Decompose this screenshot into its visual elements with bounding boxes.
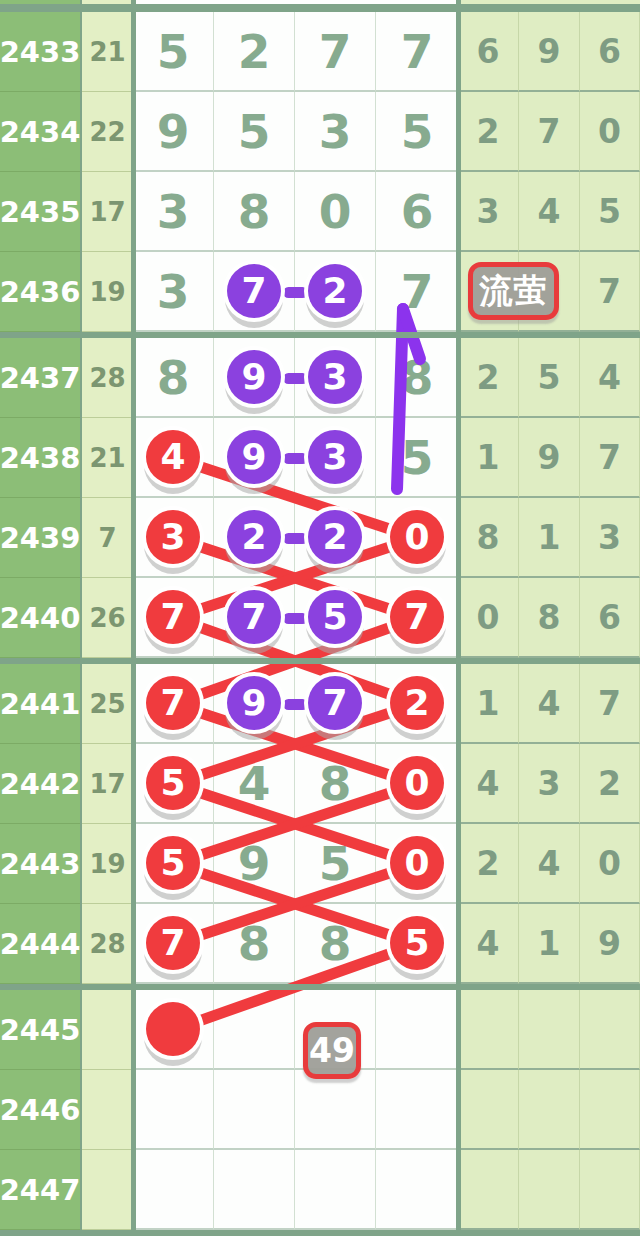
main-cell: 5: [376, 904, 458, 984]
right-digit: 1: [538, 927, 561, 960]
main-cell: 3: [295, 92, 376, 172]
right-cell: 4: [519, 172, 580, 252]
main-cell: 3: [133, 498, 214, 578]
period-cell: 2442: [0, 744, 80, 824]
right-cell: 8: [519, 578, 580, 658]
right-digit: 4: [538, 847, 561, 880]
main-digit: 5: [401, 434, 434, 481]
right-cell: 9: [519, 418, 580, 498]
period-cell: 2441: [0, 664, 80, 744]
sum-cell: 28: [82, 904, 133, 984]
group-separator: [0, 658, 640, 664]
main-digit: 8: [319, 920, 352, 967]
right-cell: 7: [580, 418, 640, 498]
main-cell: 7: [295, 12, 376, 92]
purple-circled-number: 9: [227, 430, 281, 484]
sum-cell: 19: [82, 252, 133, 332]
main-cell: [214, 990, 295, 1070]
red-circled-number: 4: [146, 430, 200, 484]
main-cell: 7: [133, 904, 214, 984]
right-digit: 3: [477, 195, 500, 228]
purple-circled-number: 3: [308, 350, 362, 404]
purple-circled-number: 7: [308, 676, 362, 730]
main-cell: [214, 1070, 295, 1150]
right-cell: 5: [519, 338, 580, 418]
right-digit: 4: [538, 687, 561, 720]
right-digit: 9: [538, 441, 561, 474]
red-circled-number: 7: [146, 676, 200, 730]
right-digit: 6: [477, 35, 500, 68]
main-digit: 7: [319, 28, 352, 75]
main-cell: 7: [133, 664, 214, 744]
right-cell: 4: [519, 824, 580, 904]
right-cell: 0: [580, 92, 640, 172]
main-cell: [376, 1070, 458, 1150]
main-digit: 4: [238, 760, 271, 807]
main-cell: 5: [295, 578, 376, 658]
right-digit: 8: [477, 521, 500, 554]
right-cell: 0: [458, 578, 519, 658]
main-digit: 8: [157, 354, 190, 401]
right-digit: 6: [598, 601, 621, 634]
main-digit: 9: [157, 108, 190, 155]
table-row: 2433215277696: [0, 12, 640, 92]
purple-link-dash: [283, 613, 308, 624]
right-digit: 1: [477, 687, 500, 720]
main-cell: 3: [133, 252, 214, 332]
right-cell: 1: [519, 904, 580, 984]
table-row: 2443195950240: [0, 824, 640, 904]
period-cell: 2445: [0, 990, 80, 1070]
main-cell: 5: [295, 824, 376, 904]
main-digit: 5: [238, 108, 271, 155]
right-digit: 4: [477, 927, 500, 960]
right-digit: 0: [598, 115, 621, 148]
purple-link-dash: [283, 287, 308, 298]
group-separator: [0, 332, 640, 338]
main-cell: [376, 990, 458, 1070]
right-cell: 4: [580, 338, 640, 418]
table-row: 2446: [0, 1070, 640, 1150]
main-cell: 0: [295, 172, 376, 252]
right-cell: 4: [458, 904, 519, 984]
right-digit: 6: [598, 35, 621, 68]
main-digit: 8: [238, 188, 271, 235]
right-cell: 2: [458, 92, 519, 172]
main-cell: [133, 1070, 214, 1150]
sum-cell: 21: [82, 418, 133, 498]
main-cell: 5: [214, 92, 295, 172]
main-cell: 7: [376, 252, 458, 332]
main-cell: [376, 1150, 458, 1230]
main-digit: 8: [401, 354, 434, 401]
table-row: 2441257972147: [0, 664, 640, 744]
right-digit: 0: [477, 601, 500, 634]
purple-circled-number: 3: [308, 430, 362, 484]
right-cell: [580, 1070, 640, 1150]
main-digit: 0: [319, 188, 352, 235]
right-digit: 4: [477, 767, 500, 800]
main-digit: 6: [401, 188, 434, 235]
sum-cell: 19: [82, 824, 133, 904]
purple-link-dash: [283, 699, 308, 710]
purple-circled-number: 2: [308, 510, 362, 564]
vertical-divider-left: [131, 0, 136, 1236]
count-badge-text: 49: [309, 1031, 355, 1070]
purple-circled-number: 7: [227, 264, 281, 318]
sum-cell: 17: [82, 744, 133, 824]
right-digit: 4: [538, 195, 561, 228]
purple-circled-number: 2: [227, 510, 281, 564]
main-digit: 5: [157, 28, 190, 75]
right-cell: 6: [580, 578, 640, 658]
sum-cell: 28: [82, 338, 133, 418]
firefly-watermark-badge: 流萤: [468, 262, 559, 320]
main-cell: 4: [133, 418, 214, 498]
right-cell: 3: [519, 744, 580, 824]
period-cell: 2438: [0, 418, 80, 498]
period-cell: 2446: [0, 1070, 80, 1150]
main-cell: 0: [376, 824, 458, 904]
right-cell: 6: [458, 12, 519, 92]
period-cell: 2434: [0, 92, 80, 172]
main-cell: 8: [214, 904, 295, 984]
right-cell: [580, 1150, 640, 1230]
table-row: 243973220813: [0, 498, 640, 578]
period-cell: 2443: [0, 824, 80, 904]
main-cell: 3: [295, 338, 376, 418]
trend-chart[interactable]: 2433215277696243422953527024351738063452…: [0, 0, 640, 1236]
right-cell: [519, 1070, 580, 1150]
right-cell: 2: [458, 824, 519, 904]
right-cell: 9: [519, 12, 580, 92]
right-cell: 0: [580, 824, 640, 904]
main-digit: 7: [401, 28, 434, 75]
sum-cell: [82, 1070, 133, 1150]
right-digit: 7: [538, 115, 561, 148]
right-cell: [519, 1150, 580, 1230]
group-separator: [0, 984, 640, 990]
main-cell: 5: [133, 744, 214, 824]
main-cell: 5: [133, 12, 214, 92]
red-circled-number: 7: [146, 916, 200, 970]
period-cell: 2447: [0, 1150, 80, 1230]
purple-circled-number: 2: [308, 264, 362, 318]
table-row: 2440267757086: [0, 578, 640, 658]
right-digit: 4: [598, 361, 621, 394]
right-cell: [458, 1150, 519, 1230]
main-cell: 2: [214, 12, 295, 92]
main-cell: [133, 990, 214, 1070]
right-cell: 3: [458, 172, 519, 252]
main-cell: 5: [376, 92, 458, 172]
main-cell: 9: [214, 824, 295, 904]
main-digit: 9: [238, 840, 271, 887]
period-cell: 2433: [0, 12, 80, 92]
sum-cell: 26: [82, 578, 133, 658]
main-cell: 7: [295, 664, 376, 744]
table-row: 2435173806345: [0, 172, 640, 252]
main-cell: 4: [214, 744, 295, 824]
right-digit: 2: [477, 115, 500, 148]
right-cell: 6: [580, 12, 640, 92]
main-cell: 8: [295, 744, 376, 824]
main-cell: 3: [133, 172, 214, 252]
purple-link-dash: [283, 453, 308, 464]
period-cell: 2437: [0, 338, 80, 418]
right-cell: 2: [458, 338, 519, 418]
table-row: 2438214935197: [0, 418, 640, 498]
main-cell: [295, 1070, 376, 1150]
period-cell: 2439: [0, 498, 80, 578]
main-digit: 3: [157, 268, 190, 315]
main-digit: 3: [157, 188, 190, 235]
right-cell: [458, 990, 519, 1070]
table-row: 2442175480432: [0, 744, 640, 824]
main-cell: 2: [295, 252, 376, 332]
main-cell: 7: [133, 578, 214, 658]
table-row: 2447: [0, 1150, 640, 1230]
right-digit: 9: [538, 35, 561, 68]
main-digit: 7: [401, 268, 434, 315]
group-separator: [0, 1230, 640, 1236]
purple-circled-number: 5: [308, 590, 362, 644]
main-cell: 0: [376, 744, 458, 824]
red-circled-number: 7: [146, 590, 200, 644]
purple-circled-number: 9: [227, 676, 281, 730]
purple-link-dash: [283, 533, 308, 544]
sum-cell: 17: [82, 172, 133, 252]
red-circled-number: 2: [390, 676, 444, 730]
firefly-watermark-text: 流萤: [480, 269, 548, 314]
main-digit: 8: [238, 920, 271, 967]
main-digit: 3: [319, 108, 352, 155]
main-cell: 0: [376, 498, 458, 578]
right-cell: 4: [458, 744, 519, 824]
sum-cell: 21: [82, 12, 133, 92]
right-digit: 7: [598, 441, 621, 474]
right-cell: 2: [580, 744, 640, 824]
period-cell: 2440: [0, 578, 80, 658]
main-cell: 8: [133, 338, 214, 418]
main-cell: 8: [214, 172, 295, 252]
sum-cell: 7: [82, 498, 133, 578]
red-circled-number: 5: [146, 836, 200, 890]
red-circled-number: 0: [390, 756, 444, 810]
purple-circled-number: 9: [227, 350, 281, 404]
right-cell: 8: [458, 498, 519, 578]
sum-cell: 25: [82, 664, 133, 744]
right-cell: 3: [580, 498, 640, 578]
red-circled-number: 3: [146, 510, 200, 564]
main-cell: 8: [295, 904, 376, 984]
main-cell: 6: [376, 172, 458, 252]
vertical-divider-right: [456, 0, 461, 1236]
period-cell: 2444: [0, 904, 80, 984]
main-cell: 3: [295, 418, 376, 498]
main-cell: 8: [376, 338, 458, 418]
purple-circled-number: 7: [227, 590, 281, 644]
right-cell: 7: [580, 664, 640, 744]
right-cell: 1: [519, 498, 580, 578]
table-row: 2434229535270: [0, 92, 640, 172]
main-cell: 9: [133, 92, 214, 172]
right-cell: [519, 990, 580, 1070]
main-cell: [214, 1150, 295, 1230]
right-digit: 3: [598, 521, 621, 554]
main-cell: 7: [376, 578, 458, 658]
right-digit: 1: [477, 441, 500, 474]
right-cell: [458, 1070, 519, 1150]
right-cell: 1: [458, 418, 519, 498]
main-cell: 2: [295, 498, 376, 578]
right-cell: [580, 990, 640, 1070]
main-cell: 7: [376, 12, 458, 92]
right-cell: 9: [580, 904, 640, 984]
main-digit: 5: [319, 840, 352, 887]
main-digit: 8: [319, 760, 352, 807]
main-cell: 5: [133, 824, 214, 904]
right-cell: 7: [580, 252, 640, 332]
main-cell: 5: [376, 418, 458, 498]
red-circled-number: 5: [146, 756, 200, 810]
right-digit: 2: [598, 767, 621, 800]
right-digit: 2: [477, 361, 500, 394]
red-circled-number: 0: [390, 510, 444, 564]
right-digit: 9: [598, 927, 621, 960]
right-cell: 1: [458, 664, 519, 744]
sum-cell: [82, 1150, 133, 1230]
right-cell: 7: [519, 92, 580, 172]
right-digit: 2: [477, 847, 500, 880]
main-cell: 2: [376, 664, 458, 744]
sum-cell: 22: [82, 92, 133, 172]
main-digit: 2: [238, 28, 271, 75]
right-cell: 5: [580, 172, 640, 252]
right-digit: 1: [538, 521, 561, 554]
right-digit: 3: [538, 767, 561, 800]
right-cell: 4: [519, 664, 580, 744]
red-dot: [146, 1002, 200, 1056]
count-badge: 49: [303, 1022, 361, 1079]
right-digit: 7: [598, 687, 621, 720]
period-cell: 2436: [0, 252, 80, 332]
sum-cell: [82, 990, 133, 1070]
period-cell: 2435: [0, 172, 80, 252]
red-circled-number: 0: [390, 836, 444, 890]
main-cell: [133, 1150, 214, 1230]
red-circled-number: 5: [390, 916, 444, 970]
main-digit: 5: [401, 108, 434, 155]
right-digit: 7: [598, 275, 621, 308]
main-cell: [295, 1150, 376, 1230]
red-circled-number: 7: [390, 590, 444, 644]
group-separator: [0, 4, 640, 12]
right-digit: 0: [598, 847, 621, 880]
right-digit: 5: [538, 361, 561, 394]
right-digit: 5: [598, 195, 621, 228]
table-row: 2437288938254: [0, 338, 640, 418]
purple-link-dash: [283, 373, 308, 384]
right-digit: 8: [538, 601, 561, 634]
table-row: 2444287885419: [0, 904, 640, 984]
